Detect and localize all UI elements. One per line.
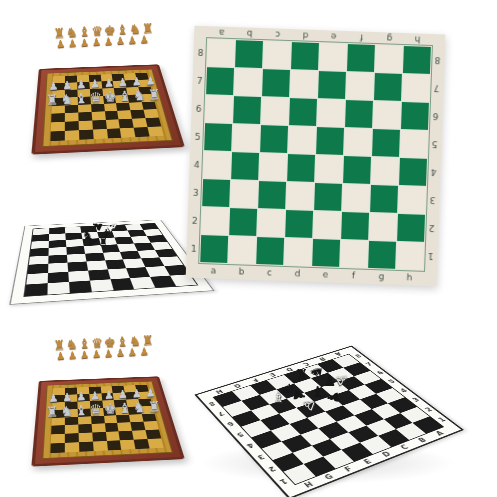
- coord-label: 8: [430, 47, 445, 74]
- board-square: [400, 130, 428, 158]
- coord-label: c: [256, 264, 284, 281]
- coord-label: 4: [426, 159, 441, 186]
- chess-piece: ♗: [272, 390, 285, 404]
- board-square: [369, 213, 397, 241]
- chess-piece: ♟: [56, 38, 69, 50]
- wooden-chess-set-photo-bottom[interactable]: ♜♞♝♛♚♝♞♜ ♟♟♟♟♟♟♟♟ ♟♟♟♟♟♟♟♟ ♜♞♝♛♚♝♞♜: [28, 332, 180, 464]
- board-square: [65, 130, 79, 140]
- board-square: [50, 443, 64, 453]
- chess-piece: ♜: [45, 91, 60, 108]
- large-vinyl-board-photo[interactable]: HGFEDCBA 87654321 87654321 HGFEDCBA ♛♜♞♟…: [172, 330, 477, 497]
- chess-piece: ♞: [60, 403, 75, 420]
- coord-label: 1: [186, 235, 201, 262]
- board-square: [93, 441, 108, 451]
- board-square: [232, 124, 260, 152]
- chess-piece: ♚: [104, 400, 119, 417]
- board-square: [228, 236, 256, 264]
- coord-label: 5: [190, 123, 205, 150]
- board-square: [402, 74, 430, 102]
- board-square: [288, 126, 316, 154]
- board-square: [401, 102, 429, 130]
- coord-label: 5: [427, 131, 442, 158]
- coord-label: 3: [188, 179, 203, 206]
- coord-label: f: [348, 31, 375, 45]
- board-square: [397, 214, 425, 242]
- board-square: [370, 185, 398, 213]
- board-square: [203, 151, 231, 179]
- chess-piece: ♟: [68, 37, 81, 49]
- chess-piece: ♜: [147, 398, 162, 415]
- board-square: [398, 186, 426, 214]
- chess-piece: ♟: [116, 347, 129, 359]
- chess-piece: ♝: [74, 402, 89, 419]
- chess-piece: ♝: [118, 399, 133, 416]
- board-square: [347, 44, 375, 72]
- chess-piece: ♟: [128, 34, 141, 46]
- chess-piece: ♛: [89, 89, 104, 106]
- coord-label: f: [340, 267, 368, 284]
- chess-piece: ♞: [60, 91, 75, 108]
- coord-label: g: [368, 268, 396, 285]
- board-square: [258, 181, 286, 209]
- board-square: [286, 182, 314, 210]
- board-square: [344, 128, 372, 156]
- board-square: [345, 100, 373, 128]
- coord-label: 6: [191, 95, 206, 122]
- board-square: [25, 283, 48, 296]
- green-board-mat: abcdefgh 87654321 87654321 abcdefgh: [186, 26, 446, 287]
- chess-piece: ♜: [147, 86, 162, 103]
- board-square: [230, 180, 258, 208]
- board-square: [284, 238, 312, 266]
- coord-label: 2: [187, 207, 202, 234]
- board-square: [262, 69, 290, 97]
- board-square: [403, 46, 431, 74]
- coord-label: 4: [189, 151, 204, 178]
- chess-piece: ♛: [89, 401, 104, 418]
- board-square: [200, 235, 228, 263]
- board-square: [261, 97, 289, 125]
- coord-label: 2: [424, 215, 439, 242]
- small-vinyl-board-photo[interactable]: ♞♟♝♟♜ ♝: [20, 194, 185, 306]
- board-square: [372, 129, 400, 157]
- board-square: [316, 127, 344, 155]
- board-square: [289, 98, 317, 126]
- board-square: [341, 212, 369, 240]
- chess-piece: ♟: [140, 346, 153, 358]
- coord-label: 1: [423, 243, 438, 270]
- coord-label: a: [208, 26, 235, 40]
- board-square: [201, 207, 229, 235]
- board-square: [346, 72, 374, 100]
- board-square: [148, 438, 164, 448]
- board-square: [106, 128, 121, 138]
- board-square: [233, 96, 261, 124]
- chess-piece: ♜: [98, 236, 109, 248]
- chessboard-grid: [200, 39, 431, 270]
- board-square: [79, 442, 94, 452]
- board-square: [373, 101, 401, 129]
- coord-label: c: [264, 28, 291, 42]
- chess-piece: ♟: [92, 348, 105, 360]
- board-square: [342, 184, 370, 212]
- board-square: [317, 99, 345, 127]
- board-square: [205, 95, 233, 123]
- chess-piece: ♟: [80, 349, 93, 361]
- green-rollup-chessboard-photo[interactable]: abcdefgh 87654321 87654321 abcdefgh: [186, 26, 446, 287]
- board-square: [318, 71, 346, 99]
- board-square: [374, 73, 402, 101]
- coord-label: 7: [192, 67, 207, 94]
- board-square: [371, 157, 399, 185]
- chess-piece: ♚: [104, 88, 119, 105]
- board-square: [396, 242, 424, 270]
- board-square: [65, 442, 79, 452]
- board-square: [290, 70, 318, 98]
- board-square: [312, 239, 340, 267]
- coord-label: b: [228, 263, 256, 280]
- chess-piece: ♜: [45, 403, 60, 420]
- board-square: [285, 210, 313, 238]
- board-square: [148, 126, 164, 136]
- board-square: [256, 237, 284, 265]
- board-square: [235, 40, 263, 68]
- coord-label: 6: [428, 103, 443, 130]
- coord-label: e: [312, 266, 340, 283]
- coord-label: 8: [193, 39, 208, 66]
- board-square: [314, 183, 342, 211]
- coord-label: a: [200, 262, 228, 279]
- board-square: [207, 39, 235, 67]
- board-square: [47, 282, 69, 295]
- board-square: [368, 241, 396, 269]
- board-square: [259, 153, 287, 181]
- chess-piece: ♟: [140, 34, 153, 46]
- coord-label: h: [404, 33, 431, 47]
- board-square: [263, 41, 291, 69]
- board-square: [93, 129, 108, 139]
- coord-label: d: [292, 29, 319, 43]
- chess-piece: ♟: [128, 346, 141, 358]
- chess-piece: ♝: [118, 87, 133, 104]
- board-square: [340, 240, 368, 268]
- coord-label: g: [376, 32, 403, 46]
- board-square: [287, 154, 315, 182]
- board-square: [231, 152, 259, 180]
- chess-piece: ♞: [133, 87, 148, 104]
- chess-piece: ♞: [133, 399, 148, 416]
- board-square: [343, 156, 371, 184]
- coord-label: 7: [429, 75, 444, 102]
- chess-piece: ♟: [104, 35, 117, 47]
- chess-piece: ♝: [311, 385, 324, 400]
- board-square: [291, 42, 319, 70]
- board-square: [260, 125, 288, 153]
- coord-label: b: [236, 27, 263, 41]
- wooden-chess-set-photo-top[interactable]: ♜♞♝♛♚♝♞♜ ♟♟♟♟♟♟♟♟ ♟♟♟♟♟♟♟♟ ♜♞♝♛♚♝♞♜: [28, 20, 180, 152]
- board-square: [69, 281, 92, 293]
- board-square: [50, 131, 64, 141]
- chess-piece: ♟: [116, 35, 129, 47]
- coord-label: d: [284, 265, 312, 282]
- board-square: [315, 155, 343, 183]
- coord-label: 3: [425, 187, 440, 214]
- board-square: [399, 158, 427, 186]
- board-square: [106, 440, 121, 450]
- board-square: [375, 45, 403, 73]
- board-square: [79, 130, 94, 140]
- chess-piece: ♟: [80, 37, 93, 49]
- chess-piece: ♟: [326, 390, 342, 405]
- coord-label: h: [396, 269, 424, 286]
- board-square: [89, 279, 113, 291]
- chess-piece: ♟: [56, 350, 69, 362]
- chess-piece: ♝: [74, 90, 89, 107]
- board-square: [234, 68, 262, 96]
- board-square: [319, 43, 347, 71]
- chess-piece: ♟: [68, 349, 81, 361]
- board-square: [206, 67, 234, 95]
- board-square: [257, 209, 285, 237]
- chess-piece: ♟: [92, 36, 105, 48]
- coord-label: e: [320, 30, 347, 44]
- board-square: [204, 123, 232, 151]
- board-square: [229, 208, 257, 236]
- board-square: [202, 179, 230, 207]
- board-square: [313, 211, 341, 239]
- chess-piece: ♟: [104, 347, 117, 359]
